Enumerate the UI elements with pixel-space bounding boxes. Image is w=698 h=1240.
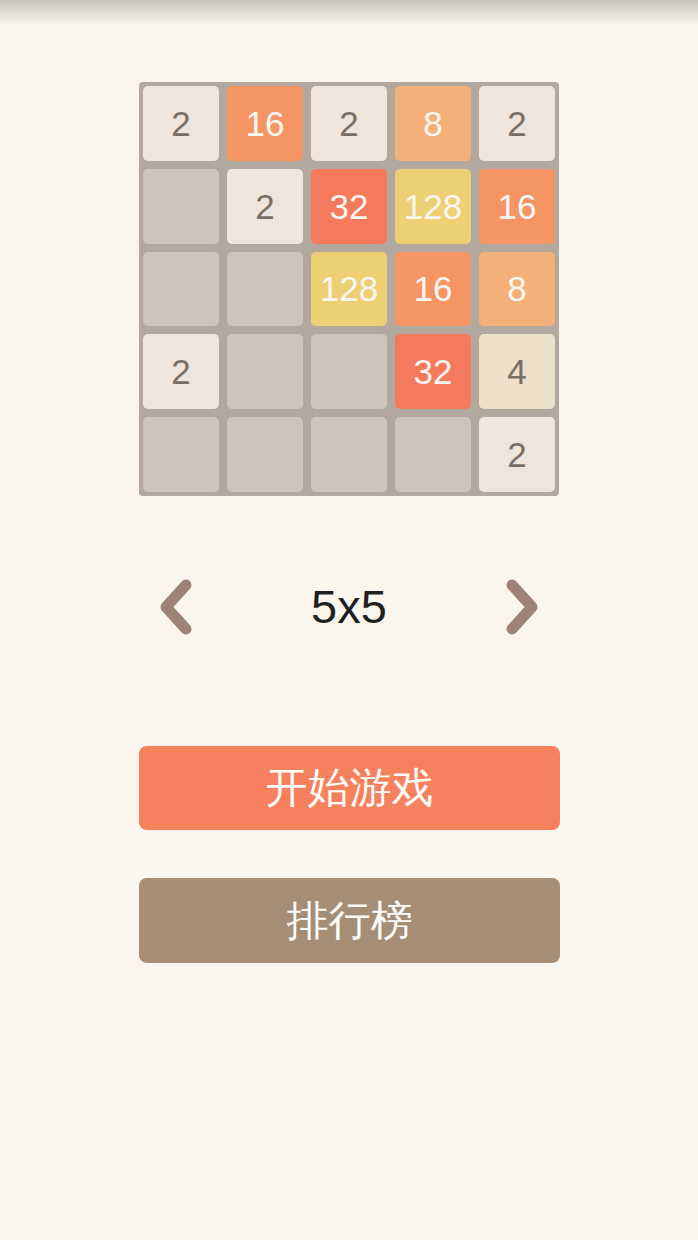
tile-2: 2 [479, 86, 555, 161]
empty-cell [143, 417, 219, 492]
empty-cell [143, 169, 219, 244]
tile-2: 2 [311, 86, 387, 161]
tile-8: 8 [395, 86, 471, 161]
tile-2: 2 [143, 334, 219, 409]
empty-cell [227, 252, 303, 327]
tile-2: 2 [479, 417, 555, 492]
empty-cell [395, 417, 471, 492]
next-size-button[interactable] [496, 573, 552, 641]
board-size-label: 5x5 [149, 575, 549, 639]
tile-2: 2 [143, 86, 219, 161]
chevron-right-icon [503, 577, 545, 637]
tile-16: 16 [479, 169, 555, 244]
start-game-button[interactable]: 开始游戏 [139, 746, 560, 830]
leaderboard-button[interactable]: 排行榜 [139, 878, 560, 963]
status-bar-shadow [0, 0, 698, 26]
tile-2: 2 [227, 169, 303, 244]
empty-cell [143, 252, 219, 327]
tile-8: 8 [479, 252, 555, 327]
empty-cell [227, 417, 303, 492]
tile-16: 16 [227, 86, 303, 161]
tile-4: 4 [479, 334, 555, 409]
empty-cell [311, 334, 387, 409]
empty-cell [311, 417, 387, 492]
tile-128: 128 [311, 252, 387, 327]
game-board: 2162822321281612816823242 [139, 82, 559, 496]
tile-32: 32 [311, 169, 387, 244]
empty-cell [227, 334, 303, 409]
board-size-selector: 5x5 [0, 573, 698, 641]
tile-128: 128 [395, 169, 471, 244]
tile-32: 32 [395, 334, 471, 409]
tile-16: 16 [395, 252, 471, 327]
